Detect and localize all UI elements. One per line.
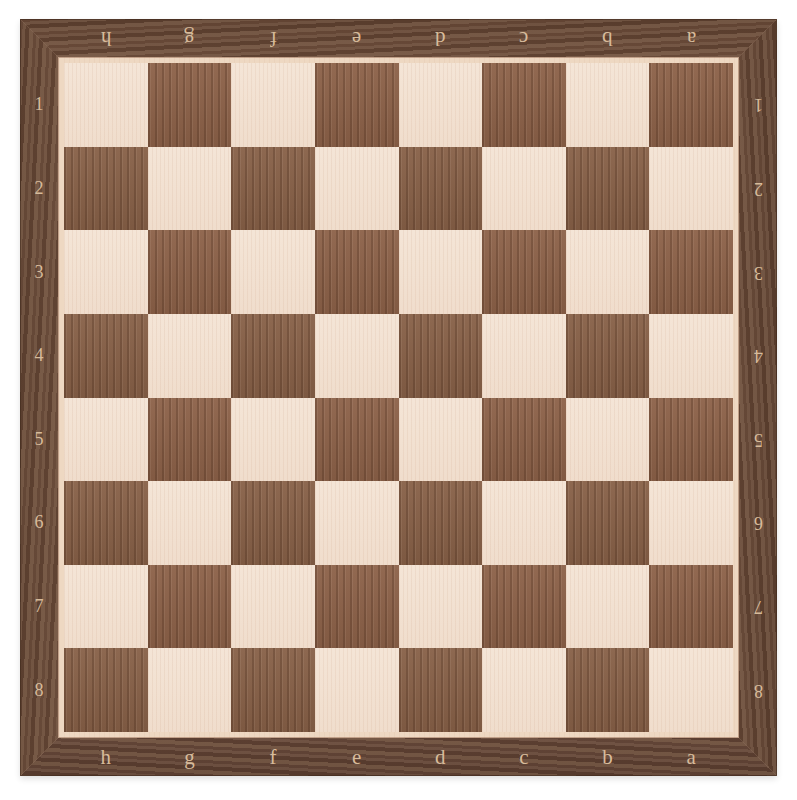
file-label-top-d: d <box>435 26 446 51</box>
square-d1[interactable] <box>399 63 483 147</box>
file-label-bottom-g: g <box>184 745 195 770</box>
rank-label-right-4: 4 <box>754 345 763 366</box>
square-f1[interactable] <box>231 63 315 147</box>
file-label-bottom-d: d <box>435 745 446 770</box>
square-b6[interactable] <box>566 481 650 565</box>
file-label-bottom-f: f <box>270 745 277 770</box>
chess-board: hgfedcba hgfedcba 12345678 12345678 <box>20 19 777 776</box>
square-c6[interactable] <box>482 481 566 565</box>
square-h5[interactable] <box>64 398 148 482</box>
square-b5[interactable] <box>566 398 650 482</box>
square-f3[interactable] <box>231 230 315 314</box>
file-label-bottom-b: b <box>602 745 613 770</box>
square-a8[interactable] <box>649 648 733 732</box>
square-g7[interactable] <box>148 565 232 649</box>
square-h4[interactable] <box>64 314 148 398</box>
square-h8[interactable] <box>64 648 148 732</box>
rank-label-right-5: 5 <box>754 429 763 450</box>
square-f4[interactable] <box>231 314 315 398</box>
square-a7[interactable] <box>649 565 733 649</box>
file-label-top-g: g <box>184 26 195 51</box>
square-c7[interactable] <box>482 565 566 649</box>
square-f5[interactable] <box>231 398 315 482</box>
square-e6[interactable] <box>315 481 399 565</box>
file-label-top-e: e <box>352 26 361 51</box>
file-label-top-h: h <box>101 26 112 51</box>
square-h2[interactable] <box>64 147 148 231</box>
square-c5[interactable] <box>482 398 566 482</box>
square-e1[interactable] <box>315 63 399 147</box>
file-label-bottom-c: c <box>519 745 528 770</box>
square-h1[interactable] <box>64 63 148 147</box>
rank-label-left-3: 3 <box>35 262 44 283</box>
square-a3[interactable] <box>649 230 733 314</box>
file-label-bottom-e: e <box>352 745 361 770</box>
rank-label-left-2: 2 <box>35 178 44 199</box>
rank-label-left-1: 1 <box>35 94 44 115</box>
square-a1[interactable] <box>649 63 733 147</box>
file-labels-bottom: hgfedcba <box>64 738 733 776</box>
file-label-bottom-h: h <box>101 745 112 770</box>
rank-label-left-7: 7 <box>35 596 44 617</box>
square-d4[interactable] <box>399 314 483 398</box>
rank-label-right-7: 7 <box>754 596 763 617</box>
square-b8[interactable] <box>566 648 650 732</box>
square-d3[interactable] <box>399 230 483 314</box>
square-b3[interactable] <box>566 230 650 314</box>
square-f2[interactable] <box>231 147 315 231</box>
square-f8[interactable] <box>231 648 315 732</box>
square-b4[interactable] <box>566 314 650 398</box>
file-label-bottom-a: a <box>687 745 696 770</box>
square-g8[interactable] <box>148 648 232 732</box>
square-c2[interactable] <box>482 147 566 231</box>
file-label-top-f: f <box>270 26 277 51</box>
rank-label-left-8: 8 <box>35 680 44 701</box>
square-b2[interactable] <box>566 147 650 231</box>
square-h6[interactable] <box>64 481 148 565</box>
square-e3[interactable] <box>315 230 399 314</box>
square-g3[interactable] <box>148 230 232 314</box>
square-b7[interactable] <box>566 565 650 649</box>
rank-label-right-3: 3 <box>754 262 763 283</box>
square-e5[interactable] <box>315 398 399 482</box>
square-a4[interactable] <box>649 314 733 398</box>
rank-label-right-6: 6 <box>754 512 763 533</box>
squares-grid <box>64 63 733 732</box>
square-g4[interactable] <box>148 314 232 398</box>
square-g5[interactable] <box>148 398 232 482</box>
rank-label-right-1: 1 <box>754 94 763 115</box>
square-d2[interactable] <box>399 147 483 231</box>
rank-label-left-5: 5 <box>35 429 44 450</box>
square-a6[interactable] <box>649 481 733 565</box>
square-e4[interactable] <box>315 314 399 398</box>
square-e7[interactable] <box>315 565 399 649</box>
file-label-top-c: c <box>519 26 528 51</box>
square-f6[interactable] <box>231 481 315 565</box>
file-label-top-b: b <box>602 26 613 51</box>
file-labels-top: hgfedcba <box>64 19 733 57</box>
file-label-top-a: a <box>687 26 696 51</box>
square-h3[interactable] <box>64 230 148 314</box>
rank-label-left-4: 4 <box>35 345 44 366</box>
square-h7[interactable] <box>64 565 148 649</box>
square-c3[interactable] <box>482 230 566 314</box>
square-d8[interactable] <box>399 648 483 732</box>
square-d5[interactable] <box>399 398 483 482</box>
square-e2[interactable] <box>315 147 399 231</box>
square-d6[interactable] <box>399 481 483 565</box>
square-d7[interactable] <box>399 565 483 649</box>
square-f7[interactable] <box>231 565 315 649</box>
square-a2[interactable] <box>649 147 733 231</box>
rank-label-right-8: 8 <box>754 680 763 701</box>
rank-label-left-6: 6 <box>35 512 44 533</box>
square-g6[interactable] <box>148 481 232 565</box>
square-a5[interactable] <box>649 398 733 482</box>
rank-labels-right: 12345678 <box>739 63 777 732</box>
rank-label-right-2: 2 <box>754 178 763 199</box>
square-c1[interactable] <box>482 63 566 147</box>
square-g2[interactable] <box>148 147 232 231</box>
square-c4[interactable] <box>482 314 566 398</box>
square-e8[interactable] <box>315 648 399 732</box>
square-g1[interactable] <box>148 63 232 147</box>
square-b1[interactable] <box>566 63 650 147</box>
rank-labels-left: 12345678 <box>20 63 58 732</box>
square-c8[interactable] <box>482 648 566 732</box>
